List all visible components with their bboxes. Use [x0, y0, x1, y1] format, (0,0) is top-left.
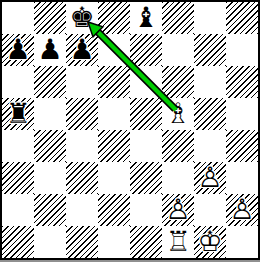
square-h6[interactable]: [226, 66, 258, 98]
piece-glyph: ♗: [162, 98, 194, 130]
piece-glyph: ♙: [162, 194, 194, 226]
square-a3[interactable]: [2, 162, 34, 194]
square-e1[interactable]: [130, 226, 162, 258]
square-a6[interactable]: [2, 66, 34, 98]
piece-glyph: ♙: [194, 162, 226, 194]
square-d5[interactable]: [98, 98, 130, 130]
square-b8[interactable]: [34, 2, 66, 34]
square-e8[interactable]: ♝♝: [130, 2, 162, 34]
square-b7[interactable]: ♟♟: [34, 34, 66, 66]
piece-glyph: ♟: [66, 34, 98, 66]
piece-glyph: ♔: [194, 226, 226, 258]
piece-glyph: ♟: [2, 34, 34, 66]
white-pawn[interactable]: ♟♙: [226, 194, 258, 226]
square-c6[interactable]: [66, 66, 98, 98]
piece-glyph: ♙: [226, 194, 258, 226]
square-f5[interactable]: ♝♗: [162, 98, 194, 130]
square-a2[interactable]: [2, 194, 34, 226]
black-king[interactable]: ♚♚: [66, 2, 98, 34]
square-h5[interactable]: [226, 98, 258, 130]
square-c7[interactable]: ♟♟: [66, 34, 98, 66]
square-a7[interactable]: ♟♟: [2, 34, 34, 66]
square-c4[interactable]: [66, 130, 98, 162]
square-h3[interactable]: [226, 162, 258, 194]
square-b2[interactable]: [34, 194, 66, 226]
square-h7[interactable]: [226, 34, 258, 66]
square-f8[interactable]: [162, 2, 194, 34]
square-d2[interactable]: [98, 194, 130, 226]
square-g1[interactable]: ♚♔: [194, 226, 226, 258]
square-e7[interactable]: [130, 34, 162, 66]
square-f4[interactable]: [162, 130, 194, 162]
black-bishop[interactable]: ♝♝: [130, 2, 162, 34]
square-c2[interactable]: [66, 194, 98, 226]
square-h1[interactable]: [226, 226, 258, 258]
square-h4[interactable]: [226, 130, 258, 162]
square-d7[interactable]: [98, 34, 130, 66]
piece-glyph: ♝: [130, 2, 162, 34]
white-rook[interactable]: ♜♖: [162, 226, 194, 258]
square-f7[interactable]: [162, 34, 194, 66]
square-d4[interactable]: [98, 130, 130, 162]
square-e4[interactable]: [130, 130, 162, 162]
black-rook[interactable]: ♜♜: [2, 98, 34, 130]
square-a8[interactable]: [2, 2, 34, 34]
square-e5[interactable]: [130, 98, 162, 130]
square-a1[interactable]: [2, 226, 34, 258]
square-b3[interactable]: [34, 162, 66, 194]
square-g4[interactable]: [194, 130, 226, 162]
square-f6[interactable]: [162, 66, 194, 98]
black-pawn[interactable]: ♟♟: [34, 34, 66, 66]
square-c1[interactable]: [66, 226, 98, 258]
square-f1[interactable]: ♜♖: [162, 226, 194, 258]
square-d8[interactable]: [98, 2, 130, 34]
square-g7[interactable]: [194, 34, 226, 66]
square-e2[interactable]: [130, 194, 162, 226]
chess-board: ♚♚♝♝♟♟♟♟♟♟♜♜♝♗♟♙♟♙♟♙♜♖♚♔: [0, 0, 260, 260]
square-e6[interactable]: [130, 66, 162, 98]
square-c3[interactable]: [66, 162, 98, 194]
square-c8[interactable]: ♚♚: [66, 2, 98, 34]
square-f3[interactable]: [162, 162, 194, 194]
piece-glyph: ♚: [66, 2, 98, 34]
square-e3[interactable]: [130, 162, 162, 194]
square-g3[interactable]: ♟♙: [194, 162, 226, 194]
square-g2[interactable]: [194, 194, 226, 226]
piece-glyph: ♜: [2, 98, 34, 130]
piece-glyph: ♖: [162, 226, 194, 258]
white-pawn[interactable]: ♟♙: [162, 194, 194, 226]
square-b6[interactable]: [34, 66, 66, 98]
square-g5[interactable]: [194, 98, 226, 130]
black-pawn[interactable]: ♟♟: [2, 34, 34, 66]
black-pawn[interactable]: ♟♟: [66, 34, 98, 66]
square-f2[interactable]: ♟♙: [162, 194, 194, 226]
white-pawn[interactable]: ♟♙: [194, 162, 226, 194]
square-h2[interactable]: ♟♙: [226, 194, 258, 226]
chess-board-grid: ♚♚♝♝♟♟♟♟♟♟♜♜♝♗♟♙♟♙♟♙♜♖♚♔: [2, 2, 258, 258]
piece-glyph: ♟: [34, 34, 66, 66]
white-king[interactable]: ♚♔: [194, 226, 226, 258]
square-d1[interactable]: [98, 226, 130, 258]
square-d6[interactable]: [98, 66, 130, 98]
white-bishop[interactable]: ♝♗: [162, 98, 194, 130]
square-b1[interactable]: [34, 226, 66, 258]
square-b4[interactable]: [34, 130, 66, 162]
square-h8[interactable]: [226, 2, 258, 34]
square-a5[interactable]: ♜♜: [2, 98, 34, 130]
square-a4[interactable]: [2, 130, 34, 162]
square-g8[interactable]: [194, 2, 226, 34]
square-d3[interactable]: [98, 162, 130, 194]
square-b5[interactable]: [34, 98, 66, 130]
square-g6[interactable]: [194, 66, 226, 98]
square-c5[interactable]: [66, 98, 98, 130]
